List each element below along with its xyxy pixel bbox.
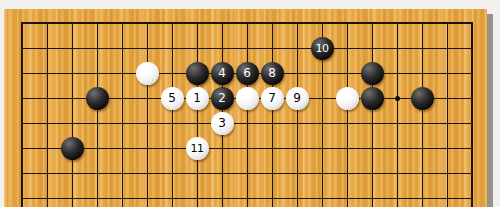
white-stone: 5: [161, 87, 184, 110]
move-number: 8: [268, 67, 276, 79]
grid-line-vertical: [447, 23, 448, 207]
move-number: 2: [218, 92, 226, 104]
white-stone: 1: [186, 87, 209, 110]
star-point: [395, 96, 400, 101]
black-stone: 4: [211, 62, 234, 85]
white-stone: [236, 87, 259, 110]
grid-line-horizontal: [21, 22, 473, 24]
grid-line-vertical: [197, 23, 198, 207]
grid-line-vertical: [247, 23, 248, 207]
grid-line-horizontal: [21, 148, 473, 149]
grid-line-vertical: [21, 23, 23, 207]
go-board[interactable]: 1046851279311: [4, 9, 487, 207]
grid-line-vertical: [471, 23, 473, 207]
move-number: 6: [243, 67, 251, 79]
grid-line-vertical: [147, 23, 148, 207]
grid-line-vertical: [397, 23, 398, 207]
move-number: 10: [316, 43, 329, 54]
grid-line-vertical: [122, 23, 123, 207]
white-stone: 7: [261, 87, 284, 110]
move-number: 4: [218, 67, 226, 79]
grid-line-vertical: [172, 23, 173, 207]
black-stone: [361, 87, 384, 110]
white-stone: 11: [186, 137, 209, 160]
grid-line-vertical: [347, 23, 348, 207]
move-number: 3: [218, 117, 226, 129]
board-shadow: [487, 14, 493, 207]
black-stone: 6: [236, 62, 259, 85]
grid-line-vertical: [372, 23, 373, 207]
grid-line-horizontal: [21, 173, 473, 174]
move-number: 9: [293, 92, 301, 104]
black-stone: [86, 87, 109, 110]
grid-line-vertical: [72, 23, 73, 207]
black-stone: [186, 62, 209, 85]
grid-line-horizontal: [21, 123, 473, 124]
white-stone: [136, 62, 159, 85]
grid-line-horizontal: [21, 198, 473, 199]
black-stone: [61, 137, 84, 160]
black-stone: 10: [311, 37, 334, 60]
white-stone: 9: [286, 87, 309, 110]
white-stone: [336, 87, 359, 110]
white-stone: 3: [211, 112, 234, 135]
grid-line-vertical: [272, 23, 273, 207]
go-diagram: 1046851279311: [0, 0, 500, 207]
move-number: 11: [191, 143, 204, 154]
black-stone: 8: [261, 62, 284, 85]
grid-line-vertical: [297, 23, 298, 207]
grid-line-vertical: [47, 23, 48, 207]
move-number: 7: [268, 92, 276, 104]
move-number: 1: [193, 92, 201, 104]
black-stone: [411, 87, 434, 110]
black-stone: 2: [211, 87, 234, 110]
grid-line-vertical: [97, 23, 98, 207]
grid-line-horizontal: [21, 48, 473, 49]
black-stone: [361, 62, 384, 85]
move-number: 5: [168, 92, 176, 104]
grid-line-vertical: [422, 23, 423, 207]
